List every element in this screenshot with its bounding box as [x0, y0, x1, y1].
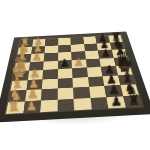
black-pawn-d4[interactable]: ♟	[59, 58, 69, 69]
square-h8[interactable]: ♜	[123, 95, 143, 108]
chess-board-grid: ♜♟♟♜♞♟♟♞♝♟♟♝♛♟♟♛♚♟♟♚♝♟♟♝♞♟♟♞♜♟♟♜	[6, 35, 143, 114]
square-h4[interactable]	[57, 98, 74, 111]
square-f3[interactable]	[42, 78, 58, 89]
black-pawn-h7[interactable]: ♟	[110, 95, 122, 109]
square-h3[interactable]	[40, 99, 57, 112]
white-pawn-h2[interactable]: ♟	[25, 99, 37, 113]
white-rook-h1[interactable]: ♜	[7, 99, 20, 114]
black-pawn-c7[interactable]: ♟	[101, 47, 111, 58]
square-h1[interactable]: ♜	[6, 101, 25, 114]
square-f4[interactable]	[57, 78, 73, 89]
square-h6[interactable]	[90, 97, 108, 110]
square-d4[interactable]: ♟	[58, 60, 72, 69]
chess-board-frame: ♜♟♟♜♞♟♟♞♝♟♟♝♛♟♟♛♚♟♟♚♝♟♟♝♞♟♟♞♜♟♟♜	[0, 32, 150, 123]
square-h2[interactable]: ♟	[23, 100, 41, 113]
square-d5[interactable]: ♟	[72, 59, 87, 68]
chess-board-wrap: ♜♟♟♜♞♟♟♞♝♟♟♝♛♟♟♛♚♟♟♚♝♟♟♝♞♟♟♞♜♟♟♜	[3, 0, 142, 138]
square-c2[interactable]: ♟	[30, 53, 44, 62]
square-h5[interactable]	[74, 98, 92, 111]
white-pawn-c2[interactable]: ♟	[31, 51, 41, 62]
chess-set-product-photo: ♜♟♟♜♞♟♟♞♝♟♟♝♛♟♟♛♚♟♟♚♝♟♟♝♞♟♟♞♜♟♟♜	[0, 0, 150, 150]
square-g3[interactable]	[41, 88, 57, 100]
black-rook-h8[interactable]: ♜	[127, 93, 140, 108]
square-d3[interactable]	[43, 61, 58, 70]
white-pawn-d5[interactable]: ♟	[74, 57, 84, 68]
